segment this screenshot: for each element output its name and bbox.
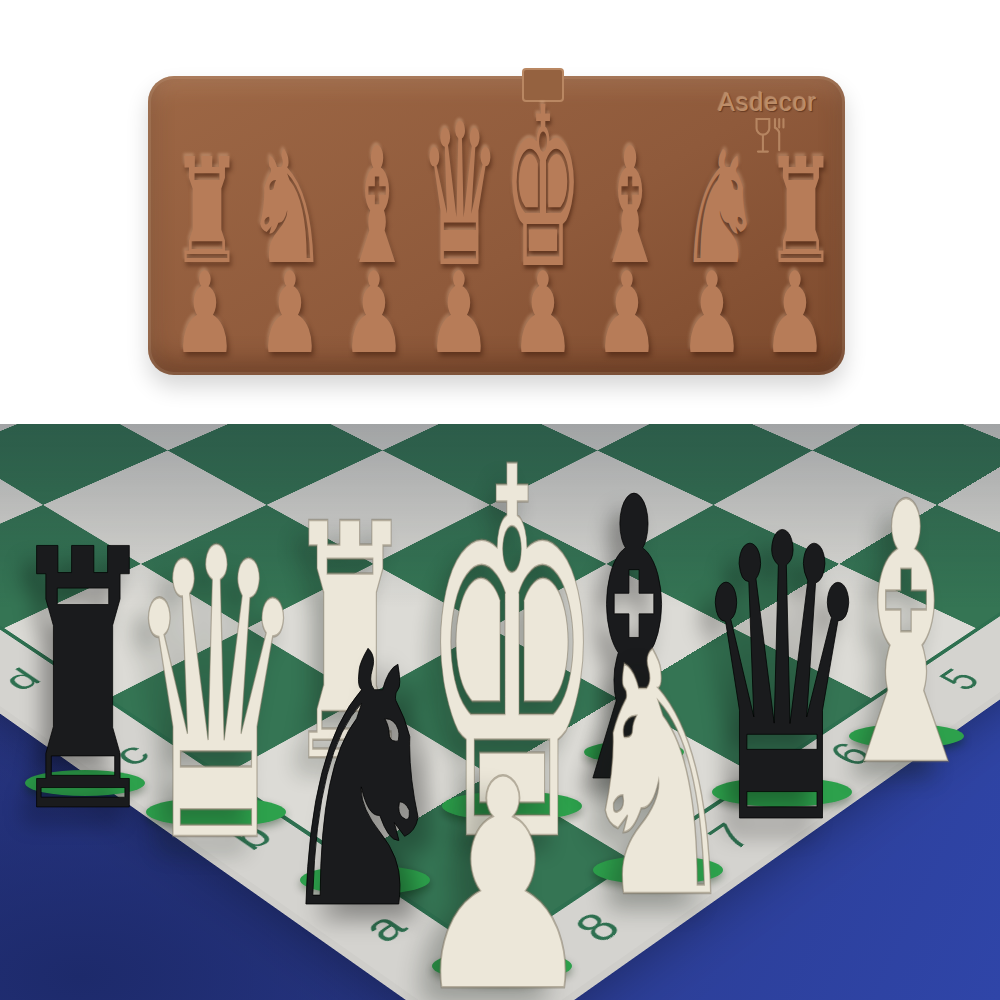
brand-label: Asdecor [718, 88, 817, 117]
board-photo: hgfedcba 87654321 ♜♛♜♞♚♟♝♞♛♝ [0, 424, 1000, 1000]
mold-photo: Asdecor ♜♞♝♛♚♝♞♜♟♟♟♟♟♟♟♟ [0, 0, 1000, 424]
chocolate-chess-mold: Asdecor ♜♞♝♛♚♝♞♜♟♟♟♟♟♟♟♟ [148, 76, 845, 375]
photo-piece-white-pawn: ♟ [503, 974, 763, 1000]
product-photo-collage: Asdecor ♜♞♝♛♚♝♞♜♟♟♟♟♟♟♟♟ hgfedcba 876543… [0, 0, 1000, 1000]
